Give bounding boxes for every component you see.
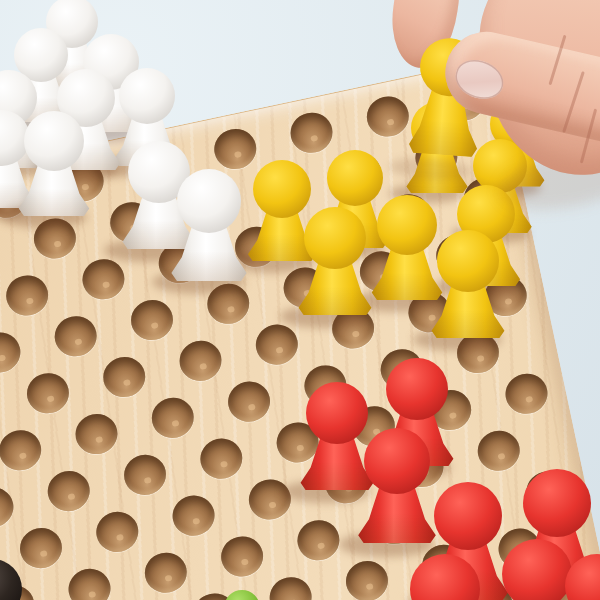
peg-head <box>523 469 591 537</box>
chinese-checkers-photo: Chinese Checkers <box>0 0 600 600</box>
board-hole[interactable] <box>141 549 190 597</box>
board-hole[interactable] <box>0 426 45 474</box>
board-hole[interactable] <box>0 231 3 279</box>
peg-head <box>24 111 84 171</box>
board-hole[interactable] <box>245 476 294 524</box>
peg-head <box>224 590 260 600</box>
board-hole[interactable] <box>51 312 100 360</box>
board-hole[interactable] <box>197 435 246 483</box>
board-hole[interactable] <box>0 329 24 377</box>
board-hole[interactable] <box>169 492 218 540</box>
board-hole[interactable] <box>294 516 343 564</box>
peg-green[interactable] <box>215 590 269 600</box>
board-hole[interactable] <box>100 353 149 401</box>
board-hole[interactable] <box>120 451 169 499</box>
peg-head <box>177 169 241 233</box>
peg-yellow[interactable] <box>422 230 515 370</box>
peg-white[interactable] <box>161 169 257 313</box>
peg-red[interactable] <box>393 554 498 600</box>
board-hole[interactable] <box>93 508 142 556</box>
peg-white[interactable] <box>9 111 99 246</box>
board-hole[interactable] <box>474 427 523 475</box>
board-hole[interactable] <box>0 483 17 531</box>
peg-cast-shadow <box>388 156 473 184</box>
board-hole[interactable] <box>65 565 114 600</box>
board-hole[interactable] <box>502 370 551 418</box>
board-hole[interactable] <box>2 272 51 320</box>
peg-head <box>304 207 366 269</box>
peg-head <box>386 358 448 420</box>
board-hole[interactable] <box>217 533 266 581</box>
board-hole[interactable] <box>148 394 197 442</box>
board-hole[interactable] <box>72 410 121 458</box>
peg-head <box>410 554 480 600</box>
peg-black[interactable] <box>0 559 37 600</box>
peg-head <box>437 230 499 292</box>
board-hole[interactable] <box>224 378 273 426</box>
board-hole[interactable] <box>23 369 72 417</box>
peg-red[interactable] <box>549 554 600 600</box>
peg-head <box>0 559 22 600</box>
peg-head <box>565 554 600 600</box>
board-hole[interactable] <box>44 467 93 515</box>
board-hole[interactable] <box>176 337 225 385</box>
peg-yellow[interactable] <box>289 207 382 347</box>
board-hole[interactable] <box>266 573 315 600</box>
